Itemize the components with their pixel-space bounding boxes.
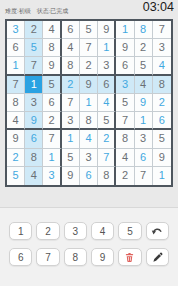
cell-r9c1[interactable]: 5 bbox=[7, 167, 25, 185]
cell-r8c2[interactable]: 8 bbox=[25, 149, 43, 167]
status-label: 状态:已完成 bbox=[37, 7, 69, 16]
erase-button[interactable] bbox=[118, 248, 141, 266]
cell-r1c3[interactable]: 4 bbox=[43, 21, 61, 39]
cell-r3c7[interactable]: 6 bbox=[116, 57, 134, 75]
timer: 03:04 bbox=[143, 1, 174, 15]
pencil-icon bbox=[152, 252, 163, 263]
cell-r1c5[interactable]: 5 bbox=[80, 21, 98, 39]
key-8[interactable]: 8 bbox=[64, 248, 87, 266]
cell-r9c6[interactable]: 8 bbox=[98, 167, 116, 185]
cell-r1c7[interactable]: 1 bbox=[116, 21, 134, 39]
cell-r4c2[interactable]: 1 bbox=[25, 76, 43, 94]
cell-r9c3[interactable]: 3 bbox=[43, 167, 61, 185]
cell-r4c8[interactable]: 4 bbox=[135, 76, 153, 94]
cell-r6c1[interactable]: 4 bbox=[7, 112, 25, 130]
cell-r2c1[interactable]: 6 bbox=[7, 39, 25, 57]
cell-r1c8[interactable]: 8 bbox=[135, 21, 153, 39]
cell-r1c1[interactable]: 3 bbox=[7, 21, 25, 39]
sudoku-app: 难度:初级 状态:已完成 03:04 324659187658471923179… bbox=[0, 0, 178, 286]
cell-r8c8[interactable]: 6 bbox=[135, 149, 153, 167]
cell-r9c4[interactable]: 9 bbox=[62, 167, 80, 185]
cell-r7c3[interactable]: 7 bbox=[43, 130, 61, 148]
cell-r7c1[interactable]: 9 bbox=[7, 130, 25, 148]
key-2[interactable]: 2 bbox=[36, 222, 59, 240]
cell-r7c4[interactable]: 1 bbox=[62, 130, 80, 148]
cell-r4c1[interactable]: 7 bbox=[7, 76, 25, 94]
cell-r7c6[interactable]: 2 bbox=[98, 130, 116, 148]
cell-r7c7[interactable]: 8 bbox=[116, 130, 134, 148]
cell-r6c7[interactable]: 7 bbox=[116, 112, 134, 130]
cell-r9c8[interactable]: 7 bbox=[135, 167, 153, 185]
cell-r1c2[interactable]: 2 bbox=[25, 21, 43, 39]
key-9[interactable]: 9 bbox=[91, 248, 114, 266]
cell-r3c4[interactable]: 8 bbox=[62, 57, 80, 75]
cell-r2c8[interactable]: 2 bbox=[135, 39, 153, 57]
cell-r7c5[interactable]: 4 bbox=[80, 130, 98, 148]
cell-r5c8[interactable]: 9 bbox=[135, 94, 153, 112]
cell-r4c9[interactable]: 8 bbox=[153, 76, 171, 94]
cell-r5c9[interactable]: 2 bbox=[153, 94, 171, 112]
cell-r6c4[interactable]: 3 bbox=[62, 112, 80, 130]
cell-r7c9[interactable]: 5 bbox=[153, 130, 171, 148]
key-6[interactable]: 6 bbox=[9, 248, 32, 266]
cell-r2c4[interactable]: 4 bbox=[62, 39, 80, 57]
cell-r5c6[interactable]: 4 bbox=[98, 94, 116, 112]
keypad-row-2: 6789 bbox=[0, 248, 178, 266]
cell-r8c4[interactable]: 5 bbox=[62, 149, 80, 167]
keypad-panel: 12345 6789 bbox=[0, 207, 178, 286]
cell-r1c9[interactable]: 7 bbox=[153, 21, 171, 39]
undo-icon bbox=[151, 225, 163, 237]
pencil-button[interactable] bbox=[146, 248, 169, 266]
cell-r6c6[interactable]: 5 bbox=[98, 112, 116, 130]
cell-r2c5[interactable]: 7 bbox=[80, 39, 98, 57]
cell-r9c9[interactable]: 1 bbox=[153, 167, 171, 185]
cell-r8c3[interactable]: 1 bbox=[43, 149, 61, 167]
cell-r1c6[interactable]: 9 bbox=[98, 21, 116, 39]
cell-r3c5[interactable]: 2 bbox=[80, 57, 98, 75]
cell-r8c6[interactable]: 7 bbox=[98, 149, 116, 167]
cell-r3c6[interactable]: 3 bbox=[98, 57, 116, 75]
cell-r4c6[interactable]: 6 bbox=[98, 76, 116, 94]
cell-r3c9[interactable]: 4 bbox=[153, 57, 171, 75]
trash-icon bbox=[124, 252, 135, 263]
difficulty-label: 难度:初级 bbox=[5, 7, 31, 16]
cell-r8c1[interactable]: 2 bbox=[7, 149, 25, 167]
cell-r5c5[interactable]: 1 bbox=[80, 94, 98, 112]
cell-r1c4[interactable]: 6 bbox=[62, 21, 80, 39]
cell-r9c7[interactable]: 2 bbox=[116, 167, 134, 185]
key-3[interactable]: 3 bbox=[64, 222, 87, 240]
cell-r2c9[interactable]: 3 bbox=[153, 39, 171, 57]
cell-r8c5[interactable]: 3 bbox=[80, 149, 98, 167]
cell-r8c9[interactable]: 9 bbox=[153, 149, 171, 167]
cell-r5c3[interactable]: 6 bbox=[43, 94, 61, 112]
cell-r4c3[interactable]: 5 bbox=[43, 76, 61, 94]
cell-r7c2[interactable]: 6 bbox=[25, 130, 43, 148]
top-bar: 难度:初级 状态:已完成 03:04 bbox=[0, 0, 178, 19]
cell-r9c2[interactable]: 4 bbox=[25, 167, 43, 185]
cell-r4c7[interactable]: 3 bbox=[116, 76, 134, 94]
cell-r6c8[interactable]: 1 bbox=[135, 112, 153, 130]
cell-r3c2[interactable]: 7 bbox=[25, 57, 43, 75]
cell-r6c5[interactable]: 8 bbox=[80, 112, 98, 130]
cell-r2c6[interactable]: 1 bbox=[98, 39, 116, 57]
cell-r3c1[interactable]: 1 bbox=[7, 57, 25, 75]
undo-button[interactable] bbox=[146, 222, 169, 240]
sudoku-board: 3246591876584719231798236547152963488367… bbox=[5, 19, 173, 187]
cell-r6c2[interactable]: 9 bbox=[25, 112, 43, 130]
cell-r6c9[interactable]: 6 bbox=[153, 112, 171, 130]
cell-r5c2[interactable]: 3 bbox=[25, 94, 43, 112]
game-meta: 难度:初级 状态:已完成 bbox=[5, 7, 68, 16]
key-5[interactable]: 5 bbox=[118, 222, 141, 240]
cell-r3c8[interactable]: 5 bbox=[135, 57, 153, 75]
cell-r2c3[interactable]: 8 bbox=[43, 39, 61, 57]
key-1[interactable]: 1 bbox=[9, 222, 32, 240]
cell-r2c7[interactable]: 9 bbox=[116, 39, 134, 57]
key-4[interactable]: 4 bbox=[91, 222, 114, 240]
cell-r6c3[interactable]: 2 bbox=[43, 112, 61, 130]
cell-r7c8[interactable]: 3 bbox=[135, 130, 153, 148]
cell-r5c7[interactable]: 5 bbox=[116, 94, 134, 112]
key-7[interactable]: 7 bbox=[36, 248, 59, 266]
cell-r3c3[interactable]: 9 bbox=[43, 57, 61, 75]
cell-r4c4[interactable]: 2 bbox=[62, 76, 80, 94]
cell-r5c4[interactable]: 7 bbox=[62, 94, 80, 112]
cell-r2c2[interactable]: 5 bbox=[25, 39, 43, 57]
cell-r4c5[interactable]: 9 bbox=[80, 76, 98, 94]
cell-r9c5[interactable]: 6 bbox=[80, 167, 98, 185]
keypad-row-1: 12345 bbox=[0, 222, 178, 240]
cell-r8c7[interactable]: 4 bbox=[116, 149, 134, 167]
cell-r5c1[interactable]: 8 bbox=[7, 94, 25, 112]
